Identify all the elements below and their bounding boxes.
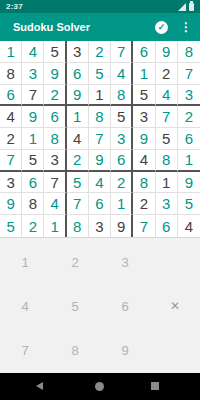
numpad-spacer: [150, 240, 200, 284]
cell-r3c5[interactable]: 1: [89, 85, 111, 107]
numpad-key-7[interactable]: 7: [0, 329, 50, 373]
back-icon[interactable]: [36, 382, 43, 390]
numpad: 123456✕789: [0, 240, 200, 373]
cell-r7c4[interactable]: 5: [67, 172, 89, 194]
cell-r5c9[interactable]: 6: [178, 128, 200, 150]
cell-r8c4[interactable]: 7: [67, 193, 89, 215]
cell-r2c7[interactable]: 1: [133, 63, 155, 85]
home-icon[interactable]: [95, 382, 104, 391]
cell-r8c7[interactable]: 2: [133, 193, 155, 215]
cell-r1c4[interactable]: 3: [67, 41, 89, 63]
numpad-key-4[interactable]: 4: [0, 284, 50, 328]
nav-bar: [0, 373, 200, 400]
cell-r2c6[interactable]: 4: [111, 63, 133, 85]
numpad-key-5[interactable]: 5: [50, 284, 100, 328]
overflow-menu-icon[interactable]: ⋮: [180, 21, 192, 33]
cell-r8c5[interactable]: 6: [89, 193, 111, 215]
cell-r7c5[interactable]: 4: [89, 172, 111, 194]
cell-r9c7[interactable]: 7: [133, 215, 155, 237]
cell-r6c1[interactable]: 7: [0, 150, 22, 172]
cell-r1c3[interactable]: 5: [44, 41, 66, 63]
cell-r4c8[interactable]: 7: [156, 106, 178, 128]
cell-r3c9[interactable]: 3: [178, 85, 200, 107]
cell-r3c8[interactable]: 4: [156, 85, 178, 107]
cell-r2c4[interactable]: 6: [67, 63, 89, 85]
cell-r2c3[interactable]: 9: [44, 63, 66, 85]
cell-r6c3[interactable]: 3: [44, 150, 66, 172]
cell-r2c2[interactable]: 3: [22, 63, 44, 85]
cell-r3c2[interactable]: 7: [22, 85, 44, 107]
numpad-key-1[interactable]: 1: [0, 240, 50, 284]
cell-r6c7[interactable]: 4: [133, 150, 155, 172]
cell-r1c1[interactable]: 1: [0, 41, 22, 63]
cell-r2c1[interactable]: 8: [0, 63, 22, 85]
cell-r7c3[interactable]: 7: [44, 172, 66, 194]
cell-r6c2[interactable]: 5: [22, 150, 44, 172]
numpad-key-8[interactable]: 8: [50, 329, 100, 373]
cell-r4c6[interactable]: 5: [111, 106, 133, 128]
numpad-key-2[interactable]: 2: [50, 240, 100, 284]
cell-r8c9[interactable]: 5: [178, 193, 200, 215]
cell-r5c7[interactable]: 9: [133, 128, 155, 150]
recents-icon[interactable]: [151, 382, 159, 390]
app-bar: Sudoku Solver ✓ ⋮: [0, 13, 200, 41]
cell-r3c4[interactable]: 9: [67, 85, 89, 107]
cell-r9c3[interactable]: 1: [44, 215, 66, 237]
cell-r3c3[interactable]: 2: [44, 85, 66, 107]
cell-r9c2[interactable]: 2: [22, 215, 44, 237]
cell-r5c2[interactable]: 1: [22, 128, 44, 150]
cell-r1c6[interactable]: 7: [111, 41, 133, 63]
cell-r5c8[interactable]: 5: [156, 128, 178, 150]
cell-r6c9[interactable]: 1: [178, 150, 200, 172]
cell-r7c9[interactable]: 9: [178, 172, 200, 194]
cell-r8c6[interactable]: 1: [111, 193, 133, 215]
cell-r9c4[interactable]: 8: [67, 215, 89, 237]
cell-r3c6[interactable]: 8: [111, 85, 133, 107]
check-glyph: ✓: [158, 23, 166, 32]
cell-r8c3[interactable]: 4: [44, 193, 66, 215]
cell-r1c9[interactable]: 8: [178, 41, 200, 63]
clear-key[interactable]: ✕: [150, 284, 200, 328]
cell-r2c8[interactable]: 2: [156, 63, 178, 85]
cell-r8c2[interactable]: 8: [22, 193, 44, 215]
cell-r6c5[interactable]: 9: [89, 150, 111, 172]
cell-r9c1[interactable]: 5: [0, 215, 22, 237]
cell-r5c5[interactable]: 7: [89, 128, 111, 150]
status-icons: [178, 3, 194, 11]
cell-r4c3[interactable]: 6: [44, 106, 66, 128]
cell-r4c7[interactable]: 3: [133, 106, 155, 128]
cell-r6c4[interactable]: 2: [67, 150, 89, 172]
app-title: Sudoku Solver: [13, 21, 155, 33]
numpad-spacer: [150, 329, 200, 373]
cell-r2c5[interactable]: 5: [89, 63, 111, 85]
numpad-key-6[interactable]: 6: [100, 284, 150, 328]
cell-r8c8[interactable]: 3: [156, 193, 178, 215]
cell-r9c8[interactable]: 6: [156, 215, 178, 237]
cell-r7c8[interactable]: 1: [156, 172, 178, 194]
cell-r9c5[interactable]: 3: [89, 215, 111, 237]
cell-r4c4[interactable]: 1: [67, 106, 89, 128]
cell-r4c9[interactable]: 2: [178, 106, 200, 128]
battery-icon: [189, 3, 194, 11]
cell-r7c7[interactable]: 8: [133, 172, 155, 194]
cell-r1c5[interactable]: 2: [89, 41, 111, 63]
cell-r4c2[interactable]: 9: [22, 106, 44, 128]
cell-r3c7[interactable]: 5: [133, 85, 155, 107]
status-time: 2:37: [6, 2, 23, 11]
check-circle-icon[interactable]: ✓: [155, 21, 168, 34]
cell-r5c3[interactable]: 8: [44, 128, 66, 150]
cell-r7c1[interactable]: 3: [0, 172, 22, 194]
cell-r3c1[interactable]: 6: [0, 85, 22, 107]
cell-r5c6[interactable]: 3: [111, 128, 133, 150]
cell-r8c1[interactable]: 9: [0, 193, 22, 215]
cell-r9c6[interactable]: 9: [111, 215, 133, 237]
cell-r2c9[interactable]: 7: [178, 63, 200, 85]
cell-r9c9[interactable]: 4: [178, 215, 200, 237]
numpad-key-9[interactable]: 9: [100, 329, 150, 373]
cell-r4c5[interactable]: 8: [89, 106, 111, 128]
sudoku-board: 1453276988396541276729185434961853722184…: [0, 41, 200, 238]
signal-icon: [178, 3, 186, 11]
cell-r6c8[interactable]: 8: [156, 150, 178, 172]
cell-r1c2[interactable]: 4: [22, 41, 44, 63]
cell-r6c6[interactable]: 6: [111, 150, 133, 172]
cell-r4c1[interactable]: 4: [0, 106, 22, 128]
status-bar: 2:37: [0, 0, 200, 13]
cell-r5c1[interactable]: 2: [0, 128, 22, 150]
phone-screen: 2:37 Sudoku Solver ✓ ⋮ 14532769883965412…: [0, 0, 200, 400]
cell-r1c7[interactable]: 6: [133, 41, 155, 63]
cell-r7c2[interactable]: 6: [22, 172, 44, 194]
numpad-key-3[interactable]: 3: [100, 240, 150, 284]
cell-r1c8[interactable]: 9: [156, 41, 178, 63]
cell-r7c6[interactable]: 2: [111, 172, 133, 194]
cell-r5c4[interactable]: 4: [67, 128, 89, 150]
